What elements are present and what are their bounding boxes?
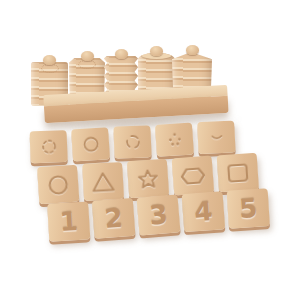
- triangle-shape-icon: [89, 169, 116, 194]
- number-5-engraving: 5: [238, 195, 258, 222]
- pattern-tile-dotted-circle[interactable]: [30, 130, 68, 163]
- stack-knob[interactable]: [186, 45, 199, 55]
- number-2-engraving: 2: [104, 205, 124, 232]
- stack-knob[interactable]: [81, 51, 94, 61]
- number-1-engraving: 1: [59, 208, 79, 235]
- number-3-engraving: 3: [148, 201, 168, 228]
- circle-ring-icon: [81, 135, 100, 154]
- pattern-tile-circle-ring[interactable]: [71, 127, 110, 161]
- toy-scene: 1 2 3 4 5: [0, 0, 304, 304]
- stack-knob[interactable]: [150, 46, 163, 56]
- shape-tile-circle[interactable]: [37, 165, 79, 205]
- flower-engraving-icon: [41, 64, 59, 73]
- dotted-circle-icon: [39, 137, 58, 156]
- number-tile-2[interactable]: 2: [92, 198, 136, 239]
- shape-tile-triangle[interactable]: [82, 162, 124, 201]
- shape-tile-hexagon[interactable]: [172, 156, 215, 196]
- pattern-tile-five-dots[interactable]: [155, 122, 194, 156]
- hexagon-shape-icon: [179, 163, 207, 189]
- flower-engraving-icon: [78, 60, 96, 69]
- shape-tile-star[interactable]: [127, 159, 169, 199]
- dashed-circle-icon: [123, 133, 142, 152]
- number-4-engraving: 4: [193, 198, 213, 225]
- circle-shape-icon: [44, 172, 72, 198]
- stack-knob[interactable]: [115, 49, 128, 59]
- rounded-square-shape-icon: [224, 160, 252, 186]
- stack-knob[interactable]: [43, 55, 56, 65]
- pattern-tile-dashed-circle[interactable]: [113, 125, 151, 159]
- star-shape-icon: [134, 166, 162, 192]
- number-tile-3[interactable]: 3: [136, 194, 180, 235]
- number-tile-5[interactable]: 5: [227, 188, 270, 228]
- five-dots-icon: [165, 130, 184, 149]
- arc-smile-icon: [207, 128, 226, 147]
- shape-tile-square[interactable]: [217, 153, 259, 193]
- number-tile-1[interactable]: 1: [47, 201, 90, 241]
- pattern-tile-arc[interactable]: [197, 120, 235, 154]
- number-tile-4[interactable]: 4: [182, 191, 226, 232]
